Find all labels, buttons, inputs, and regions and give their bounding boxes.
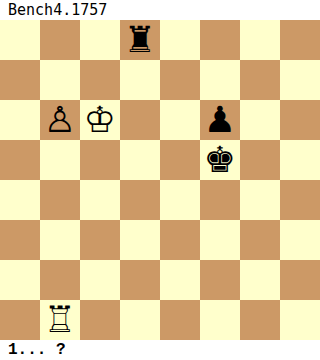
square-h8[interactable] bbox=[280, 20, 320, 60]
square-a4[interactable] bbox=[0, 180, 40, 220]
square-g5[interactable] bbox=[240, 140, 280, 180]
title-bar: Bench4.1757 bbox=[0, 0, 320, 20]
square-b2[interactable] bbox=[40, 260, 80, 300]
square-d4[interactable] bbox=[120, 180, 160, 220]
square-a3[interactable] bbox=[0, 220, 40, 260]
square-c6[interactable]: ♔ bbox=[80, 100, 120, 140]
square-g3[interactable] bbox=[240, 220, 280, 260]
status-bar: 1... ? bbox=[0, 340, 320, 360]
square-e8[interactable] bbox=[160, 20, 200, 60]
square-c2[interactable] bbox=[80, 260, 120, 300]
square-d2[interactable] bbox=[120, 260, 160, 300]
square-d1[interactable] bbox=[120, 300, 160, 340]
square-c7[interactable] bbox=[80, 60, 120, 100]
page-title: Bench4.1757 bbox=[8, 1, 107, 19]
square-e1[interactable] bbox=[160, 300, 200, 340]
square-e4[interactable] bbox=[160, 180, 200, 220]
square-f4[interactable] bbox=[200, 180, 240, 220]
black-king-piece[interactable]: ♚ bbox=[204, 140, 236, 180]
black-rook-piece[interactable]: ♜ bbox=[124, 20, 156, 60]
square-a8[interactable] bbox=[0, 20, 40, 60]
square-d7[interactable] bbox=[120, 60, 160, 100]
square-g7[interactable] bbox=[240, 60, 280, 100]
square-h2[interactable] bbox=[280, 260, 320, 300]
square-c3[interactable] bbox=[80, 220, 120, 260]
square-h6[interactable] bbox=[280, 100, 320, 140]
square-h3[interactable] bbox=[280, 220, 320, 260]
square-a2[interactable] bbox=[0, 260, 40, 300]
square-b4[interactable] bbox=[40, 180, 80, 220]
square-h1[interactable] bbox=[280, 300, 320, 340]
square-a7[interactable] bbox=[0, 60, 40, 100]
white-rook-piece[interactable]: ♖ bbox=[44, 300, 76, 340]
square-d5[interactable] bbox=[120, 140, 160, 180]
square-g8[interactable] bbox=[240, 20, 280, 60]
square-g2[interactable] bbox=[240, 260, 280, 300]
square-b7[interactable] bbox=[40, 60, 80, 100]
square-e6[interactable] bbox=[160, 100, 200, 140]
square-b3[interactable] bbox=[40, 220, 80, 260]
square-c4[interactable] bbox=[80, 180, 120, 220]
square-c1[interactable] bbox=[80, 300, 120, 340]
square-g6[interactable] bbox=[240, 100, 280, 140]
square-f3[interactable] bbox=[200, 220, 240, 260]
move-prompt: 1... ? bbox=[8, 341, 66, 359]
white-pawn-piece[interactable]: ♙ bbox=[44, 100, 76, 140]
square-c5[interactable] bbox=[80, 140, 120, 180]
square-h7[interactable] bbox=[280, 60, 320, 100]
chess-app-window: Bench4.1757 ♜♙♔♟♚♖ 1... ? bbox=[0, 0, 320, 360]
square-h5[interactable] bbox=[280, 140, 320, 180]
square-b6[interactable]: ♙ bbox=[40, 100, 80, 140]
square-g1[interactable] bbox=[240, 300, 280, 340]
square-e7[interactable] bbox=[160, 60, 200, 100]
square-a1[interactable] bbox=[0, 300, 40, 340]
square-f2[interactable] bbox=[200, 260, 240, 300]
square-f1[interactable] bbox=[200, 300, 240, 340]
black-pawn-piece[interactable]: ♟ bbox=[204, 100, 236, 140]
square-b5[interactable] bbox=[40, 140, 80, 180]
square-f5[interactable]: ♚ bbox=[200, 140, 240, 180]
square-d8[interactable]: ♜ bbox=[120, 20, 160, 60]
square-d6[interactable] bbox=[120, 100, 160, 140]
square-h4[interactable] bbox=[280, 180, 320, 220]
square-e2[interactable] bbox=[160, 260, 200, 300]
square-b8[interactable] bbox=[40, 20, 80, 60]
square-b1[interactable]: ♖ bbox=[40, 300, 80, 340]
square-g4[interactable] bbox=[240, 180, 280, 220]
square-a5[interactable] bbox=[0, 140, 40, 180]
square-e3[interactable] bbox=[160, 220, 200, 260]
square-c8[interactable] bbox=[80, 20, 120, 60]
square-e5[interactable] bbox=[160, 140, 200, 180]
chess-board: ♜♙♔♟♚♖ bbox=[0, 20, 320, 340]
square-f8[interactable] bbox=[200, 20, 240, 60]
square-a6[interactable] bbox=[0, 100, 40, 140]
white-king-piece[interactable]: ♔ bbox=[84, 100, 116, 140]
square-d3[interactable] bbox=[120, 220, 160, 260]
square-f6[interactable]: ♟ bbox=[200, 100, 240, 140]
square-f7[interactable] bbox=[200, 60, 240, 100]
